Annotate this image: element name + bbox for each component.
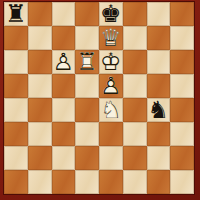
black-king[interactable]: ♚	[99, 2, 123, 26]
square-h6[interactable]	[170, 50, 194, 74]
square-c5[interactable]	[52, 74, 76, 98]
square-g7[interactable]	[147, 26, 171, 50]
square-b2[interactable]	[28, 146, 52, 170]
white-knight[interactable]: ♞♘	[99, 98, 123, 122]
square-h5[interactable]	[170, 74, 194, 98]
square-g3[interactable]	[147, 122, 171, 146]
square-a8[interactable]: ♜	[4, 2, 28, 26]
square-d2[interactable]	[75, 146, 99, 170]
square-e4[interactable]: ♞♘	[99, 98, 123, 122]
black-rook[interactable]: ♜	[4, 2, 28, 26]
square-d3[interactable]	[75, 122, 99, 146]
square-b3[interactable]	[28, 122, 52, 146]
chess-diagram: ♜♚♛♕♟♙♜♖♚♔♟♙♞♘♞	[0, 0, 200, 200]
square-d5[interactable]	[75, 74, 99, 98]
square-b1[interactable]	[28, 170, 52, 194]
square-h4[interactable]	[170, 98, 194, 122]
square-g1[interactable]	[147, 170, 171, 194]
square-g8[interactable]	[147, 2, 171, 26]
square-a4[interactable]	[4, 98, 28, 122]
square-e5[interactable]: ♟♙	[99, 74, 123, 98]
square-h1[interactable]	[170, 170, 194, 194]
square-g6[interactable]	[147, 50, 171, 74]
square-a6[interactable]	[4, 50, 28, 74]
square-c3[interactable]	[52, 122, 76, 146]
square-e1[interactable]	[99, 170, 123, 194]
square-f8[interactable]	[123, 2, 147, 26]
square-a2[interactable]	[4, 146, 28, 170]
square-f4[interactable]	[123, 98, 147, 122]
square-f5[interactable]	[123, 74, 147, 98]
square-e3[interactable]	[99, 122, 123, 146]
square-g2[interactable]	[147, 146, 171, 170]
square-d4[interactable]	[75, 98, 99, 122]
square-b5[interactable]	[28, 74, 52, 98]
square-b8[interactable]	[28, 2, 52, 26]
square-c8[interactable]	[52, 2, 76, 26]
square-f7[interactable]	[123, 26, 147, 50]
square-c2[interactable]	[52, 146, 76, 170]
square-g5[interactable]	[147, 74, 171, 98]
white-queen[interactable]: ♛♕	[99, 26, 123, 50]
white-pawn[interactable]: ♟♙	[99, 74, 123, 98]
chess-board: ♜♚♛♕♟♙♜♖♚♔♟♙♞♘♞	[4, 2, 194, 194]
square-c1[interactable]	[52, 170, 76, 194]
square-d1[interactable]	[75, 170, 99, 194]
square-b4[interactable]	[28, 98, 52, 122]
square-e8[interactable]: ♚	[99, 2, 123, 26]
square-f1[interactable]	[123, 170, 147, 194]
square-f6[interactable]	[123, 50, 147, 74]
square-c4[interactable]	[52, 98, 76, 122]
square-g4[interactable]: ♞	[147, 98, 171, 122]
square-f2[interactable]	[123, 146, 147, 170]
square-a1[interactable]	[4, 170, 28, 194]
white-king[interactable]: ♚♔	[99, 50, 123, 74]
square-h3[interactable]	[170, 122, 194, 146]
square-d7[interactable]	[75, 26, 99, 50]
square-a5[interactable]	[4, 74, 28, 98]
square-e6[interactable]: ♚♔	[99, 50, 123, 74]
square-d8[interactable]	[75, 2, 99, 26]
square-f3[interactable]	[123, 122, 147, 146]
square-h8[interactable]	[170, 2, 194, 26]
white-pawn[interactable]: ♟♙	[52, 50, 76, 74]
square-e7[interactable]: ♛♕	[99, 26, 123, 50]
black-knight[interactable]: ♞	[147, 98, 171, 122]
square-b7[interactable]	[28, 26, 52, 50]
square-h2[interactable]	[170, 146, 194, 170]
square-c6[interactable]: ♟♙	[52, 50, 76, 74]
white-rook[interactable]: ♜♖	[75, 50, 99, 74]
square-a7[interactable]	[4, 26, 28, 50]
square-c7[interactable]	[52, 26, 76, 50]
square-e2[interactable]	[99, 146, 123, 170]
square-a3[interactable]	[4, 122, 28, 146]
square-b6[interactable]	[28, 50, 52, 74]
square-d6[interactable]: ♜♖	[75, 50, 99, 74]
square-h7[interactable]	[170, 26, 194, 50]
